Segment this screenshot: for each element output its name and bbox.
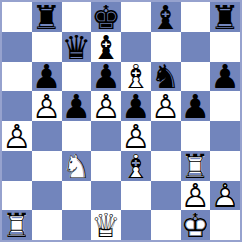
square-a7[interactable] [2,32,32,62]
piece-outline: ♙ [151,90,181,123]
piece-white-pawn: ♟♙ [2,121,32,151]
piece-black-pawn: ♟ [91,62,121,92]
square-g5[interactable]: ♟ [181,91,211,121]
piece-glyph: ♞ [151,60,181,93]
square-h5[interactable] [210,91,240,121]
piece-glyph: ♟ [210,60,240,93]
square-a2[interactable] [2,181,32,211]
piece-white-knight: ♞♘ [62,151,92,181]
square-h8[interactable]: ♜ [210,2,240,32]
square-c1[interactable] [62,210,92,240]
piece-fill: ♟ [32,91,62,121]
square-d3[interactable] [91,151,121,181]
piece-fill: ♟ [121,121,151,151]
piece-glyph: ♜ [210,1,240,34]
square-d4[interactable] [91,121,121,151]
piece-white-pawn: ♟♙ [32,91,62,121]
piece-fill: ♚ [181,210,211,240]
piece-outline: ♗ [121,150,151,183]
square-f8[interactable]: ♝ [151,2,181,32]
square-b2[interactable] [32,181,62,211]
square-d7[interactable]: ♝ [91,32,121,62]
piece-white-pawn: ♟♙ [210,181,240,211]
piece-fill: ♟ [2,121,32,151]
square-h2[interactable]: ♟♙ [210,181,240,211]
piece-black-pawn: ♟ [62,91,92,121]
piece-outline: ♖ [2,209,32,242]
piece-black-pawn: ♟ [210,62,240,92]
square-g7[interactable] [181,32,211,62]
square-b5[interactable]: ♟♙ [32,91,62,121]
square-e2[interactable] [121,181,151,211]
square-f1[interactable] [151,210,181,240]
piece-outline: ♗ [121,60,151,93]
square-a1[interactable]: ♜♖ [2,210,32,240]
piece-black-knight: ♞ [151,62,181,92]
piece-outline: ♙ [121,120,151,153]
piece-fill: ♟ [91,91,121,121]
square-d8[interactable]: ♚ [91,2,121,32]
square-f4[interactable] [151,121,181,151]
square-e1[interactable] [121,210,151,240]
square-h1[interactable] [210,210,240,240]
square-e7[interactable] [121,32,151,62]
piece-glyph: ♜ [32,1,62,34]
piece-fill: ♝ [121,151,151,181]
piece-white-bishop: ♝♗ [121,62,151,92]
piece-white-pawn: ♟♙ [121,121,151,151]
piece-glyph: ♟ [91,60,121,93]
piece-fill: ♜ [181,151,211,181]
piece-black-pawn: ♟ [181,91,211,121]
piece-outline: ♖ [181,150,211,183]
square-c7[interactable]: ♛ [62,32,92,62]
square-e5[interactable]: ♟ [121,91,151,121]
piece-glyph: ♟ [62,90,92,123]
piece-outline: ♙ [32,90,62,123]
square-h4[interactable] [210,121,240,151]
piece-black-queen: ♛ [62,32,92,62]
square-e6[interactable]: ♝♗ [121,62,151,92]
piece-fill: ♟ [181,181,211,211]
square-h7[interactable] [210,32,240,62]
square-a6[interactable] [2,62,32,92]
square-g6[interactable] [181,62,211,92]
square-a8[interactable] [2,2,32,32]
square-b6[interactable]: ♟ [32,62,62,92]
piece-outline: ♙ [2,120,32,153]
square-b1[interactable] [32,210,62,240]
square-b3[interactable] [32,151,62,181]
piece-white-pawn: ♟♙ [181,181,211,211]
piece-outline: ♘ [62,150,92,183]
piece-fill: ♟ [210,181,240,211]
piece-black-pawn: ♟ [32,62,62,92]
piece-outline: ♔ [181,209,211,242]
square-g3[interactable]: ♜♖ [181,151,211,181]
piece-glyph: ♟ [32,60,62,93]
piece-glyph: ♟ [121,90,151,123]
square-g1[interactable]: ♚♔ [181,210,211,240]
piece-black-bishop: ♝ [151,2,181,32]
piece-white-rook: ♜♖ [181,151,211,181]
square-c5[interactable]: ♟ [62,91,92,121]
piece-fill: ♛ [91,210,121,240]
square-e4[interactable]: ♟♙ [121,121,151,151]
square-c3[interactable]: ♞♘ [62,151,92,181]
piece-glyph: ♟ [181,90,211,123]
piece-outline: ♕ [91,209,121,242]
piece-fill: ♟ [151,91,181,121]
square-f3[interactable] [151,151,181,181]
square-a3[interactable] [2,151,32,181]
square-c4[interactable] [62,121,92,151]
square-f7[interactable] [151,32,181,62]
piece-black-bishop: ♝ [91,32,121,62]
piece-outline: ♙ [91,90,121,123]
square-c8[interactable] [62,2,92,32]
piece-white-pawn: ♟♙ [151,91,181,121]
square-e8[interactable] [121,2,151,32]
piece-black-rook: ♜ [32,2,62,32]
piece-outline: ♙ [181,179,211,212]
square-b4[interactable] [32,121,62,151]
chess-board: ♜♚♝♜♛♝♟♟♝♗♞♟♟♙♟♟♙♟♟♙♟♟♙♟♙♞♘♝♗♜♖♟♙♟♙♜♖♛♕♚… [0,0,242,242]
square-b7[interactable] [32,32,62,62]
square-h3[interactable] [210,151,240,181]
piece-white-pawn: ♟♙ [91,91,121,121]
piece-fill: ♜ [2,210,32,240]
square-d6[interactable]: ♟ [91,62,121,92]
square-c6[interactable] [62,62,92,92]
piece-glyph: ♛ [62,31,92,64]
square-e3[interactable]: ♝♗ [121,151,151,181]
square-c2[interactable] [62,181,92,211]
piece-black-pawn: ♟ [121,91,151,121]
square-g8[interactable] [181,2,211,32]
square-a5[interactable] [2,91,32,121]
square-f5[interactable]: ♟♙ [151,91,181,121]
square-f2[interactable] [151,181,181,211]
piece-fill: ♝ [121,62,151,92]
square-d1[interactable]: ♛♕ [91,210,121,240]
square-f6[interactable]: ♞ [151,62,181,92]
piece-black-rook: ♜ [210,2,240,32]
piece-black-king: ♚ [91,2,121,32]
square-h6[interactable]: ♟ [210,62,240,92]
square-g2[interactable]: ♟♙ [181,181,211,211]
piece-fill: ♞ [62,151,92,181]
piece-glyph: ♝ [91,31,121,64]
square-b8[interactable]: ♜ [32,2,62,32]
piece-white-bishop: ♝♗ [121,151,151,181]
square-d5[interactable]: ♟♙ [91,91,121,121]
piece-white-king: ♚♔ [181,210,211,240]
piece-glyph: ♚ [91,1,121,34]
square-d2[interactable] [91,181,121,211]
piece-glyph: ♝ [151,1,181,34]
piece-outline: ♙ [210,179,240,212]
square-g4[interactable] [181,121,211,151]
piece-white-queen: ♛♕ [91,210,121,240]
piece-white-rook: ♜♖ [2,210,32,240]
square-a4[interactable]: ♟♙ [2,121,32,151]
